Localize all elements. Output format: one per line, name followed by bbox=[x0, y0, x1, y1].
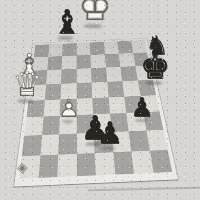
white-king-outline-glyph: ♔ bbox=[78, 0, 112, 26]
piece-black-bishop-b7[interactable]: ♝ bbox=[54, 12, 80, 38]
black-pawn-glyph: ♟ bbox=[97, 118, 124, 148]
piece-white-queen-a4[interactable]: ♛♕ bbox=[14, 74, 41, 101]
piece-black-pawn-e2[interactable]: ♟ bbox=[98, 124, 122, 148]
piece-white-king-d8[interactable]: ♚♔ bbox=[80, 0, 110, 26]
black-king-glyph: ♚ bbox=[140, 49, 170, 83]
white-pawn-outline-glyph: ♙ bbox=[58, 96, 80, 121]
piece-black-king-h5[interactable]: ♚ bbox=[142, 56, 169, 83]
piece-black-pawn-g3[interactable]: ♟ bbox=[132, 99, 153, 120]
black-pawn-glyph: ♟ bbox=[130, 94, 153, 120]
pieces-layer: ♚♔♝♞♚♝♗♛♕♟♙♟♟♟ bbox=[0, 0, 200, 200]
black-bishop-glyph: ♝ bbox=[52, 5, 82, 38]
chessboard-photo-scene: ♚♔♝♞♚♝♗♛♕♟♙♟♟♟ ◈ bbox=[0, 0, 200, 200]
piece-white-pawn-c3[interactable]: ♟♙ bbox=[59, 101, 79, 121]
white-queen-outline-glyph: ♕ bbox=[12, 67, 42, 101]
